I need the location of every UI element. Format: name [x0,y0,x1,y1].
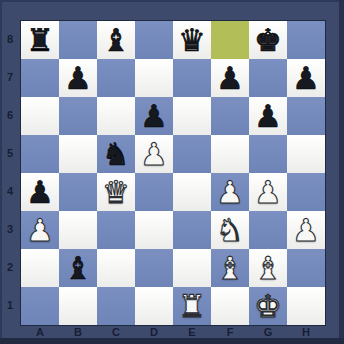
black-rook-a8: ♜ [21,21,59,59]
square-a8[interactable]: ♜ [21,21,59,59]
square-g5[interactable] [249,135,287,173]
square-d4[interactable] [135,173,173,211]
black-bishop-c8: ♝ [97,21,135,59]
square-g1[interactable]: ♚ [249,287,287,325]
file-label-f: F [211,326,249,340]
square-g4[interactable]: ♟ [249,173,287,211]
square-d8[interactable] [135,21,173,59]
square-e2[interactable] [173,249,211,287]
square-c7[interactable] [97,59,135,97]
file-label-h: H [287,326,325,340]
file-label-d: D [135,326,173,340]
square-b3[interactable] [59,211,97,249]
white-king-g1: ♚ [249,287,287,325]
square-h7[interactable]: ♟ [287,59,325,97]
square-h3[interactable]: ♟ [287,211,325,249]
black-pawn-g6: ♟ [249,97,287,135]
square-d6[interactable]: ♟ [135,97,173,135]
square-c4[interactable]: ♛ [97,173,135,211]
black-queen-e8: ♛ [173,21,211,59]
white-pawn-h3: ♟ [287,211,325,249]
file-label-a: A [21,326,59,340]
square-e8[interactable]: ♛ [173,21,211,59]
rank-label-6: 6 [1,96,19,134]
black-king-g8: ♚ [249,21,287,59]
white-pawn-g4: ♟ [249,173,287,211]
square-h2[interactable] [287,249,325,287]
square-g6[interactable]: ♟ [249,97,287,135]
white-queen-c4: ♛ [97,173,135,211]
white-pawn-d5: ♟ [135,135,173,173]
square-b2[interactable]: ♝ [59,249,97,287]
square-g3[interactable] [249,211,287,249]
square-h8[interactable] [287,21,325,59]
square-a6[interactable] [21,97,59,135]
file-label-b: B [59,326,97,340]
white-pawn-a3: ♟ [21,211,59,249]
square-d3[interactable] [135,211,173,249]
frame-edge-top [0,0,344,2]
square-e7[interactable] [173,59,211,97]
square-g2[interactable]: ♝ [249,249,287,287]
square-c2[interactable] [97,249,135,287]
square-h4[interactable] [287,173,325,211]
rank-label-3: 3 [1,210,19,248]
square-g8[interactable]: ♚ [249,21,287,59]
square-d1[interactable] [135,287,173,325]
square-g7[interactable] [249,59,287,97]
square-f3[interactable]: ♞ [211,211,249,249]
square-f6[interactable] [211,97,249,135]
black-pawn-h7: ♟ [287,59,325,97]
square-d7[interactable] [135,59,173,97]
board: ♜♝♛♚♟♟♟♟♟♞♟♟♛♟♟♟♞♟♝♝♝♜♚ [20,20,326,326]
square-e6[interactable] [173,97,211,135]
square-a3[interactable]: ♟ [21,211,59,249]
square-a2[interactable] [21,249,59,287]
rank-label-2: 2 [1,248,19,286]
black-pawn-f7: ♟ [211,59,249,97]
square-f2[interactable]: ♝ [211,249,249,287]
square-f1[interactable] [211,287,249,325]
file-label-e: E [173,326,211,340]
rank-label-4: 4 [1,172,19,210]
square-f5[interactable] [211,135,249,173]
white-bishop-g2: ♝ [249,249,287,287]
square-h1[interactable] [287,287,325,325]
square-f8[interactable] [211,21,249,59]
square-c3[interactable] [97,211,135,249]
square-e3[interactable] [173,211,211,249]
square-b1[interactable] [59,287,97,325]
square-e1[interactable]: ♜ [173,287,211,325]
square-c5[interactable]: ♞ [97,135,135,173]
square-d2[interactable] [135,249,173,287]
square-b7[interactable]: ♟ [59,59,97,97]
black-knight-c5: ♞ [97,135,135,173]
black-bishop-b2: ♝ [59,249,97,287]
square-a1[interactable] [21,287,59,325]
black-pawn-d6: ♟ [135,97,173,135]
file-label-g: G [249,326,287,340]
square-c1[interactable] [97,287,135,325]
rank-label-7: 7 [1,58,19,96]
chess-diagram: ♜♝♛♚♟♟♟♟♟♞♟♟♛♟♟♟♞♟♝♝♝♜♚ 87654321 ABCDEFG… [0,0,344,344]
square-a7[interactable] [21,59,59,97]
frame-edge-right [339,0,344,344]
black-pawn-a4: ♟ [21,173,59,211]
rank-label-5: 5 [1,134,19,172]
white-knight-f3: ♞ [211,211,249,249]
white-rook-e1: ♜ [173,287,211,325]
rank-label-8: 8 [1,20,19,58]
square-d5[interactable]: ♟ [135,135,173,173]
square-h5[interactable] [287,135,325,173]
rank-label-1: 1 [1,286,19,324]
square-f4[interactable]: ♟ [211,173,249,211]
black-pawn-b7: ♟ [59,59,97,97]
white-pawn-f4: ♟ [211,173,249,211]
square-c6[interactable] [97,97,135,135]
white-bishop-f2: ♝ [211,249,249,287]
square-a5[interactable] [21,135,59,173]
square-h6[interactable] [287,97,325,135]
square-a4[interactable]: ♟ [21,173,59,211]
square-b4[interactable] [59,173,97,211]
square-b5[interactable] [59,135,97,173]
square-b6[interactable] [59,97,97,135]
square-f7[interactable]: ♟ [211,59,249,97]
square-e5[interactable] [173,135,211,173]
file-label-c: C [97,326,135,340]
square-e4[interactable] [173,173,211,211]
square-b8[interactable] [59,21,97,59]
square-c8[interactable]: ♝ [97,21,135,59]
